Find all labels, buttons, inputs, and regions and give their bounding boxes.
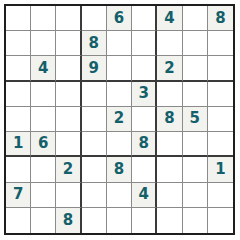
cell-r1c2[interactable]: [31, 6, 56, 31]
cell-r5c7[interactable]: 8: [157, 107, 182, 132]
cell-r4c6[interactable]: 3: [132, 82, 157, 107]
cell-r1c7[interactable]: 4: [157, 6, 182, 31]
cell-r3c8[interactable]: [183, 56, 208, 81]
cell-r2c5[interactable]: [107, 31, 132, 56]
cell-r9c7[interactable]: [157, 208, 182, 233]
cell-r9c4[interactable]: [82, 208, 107, 233]
cell-r1c6[interactable]: [132, 6, 157, 31]
cell-r9c5[interactable]: [107, 208, 132, 233]
cell-r9c9[interactable]: [208, 208, 233, 233]
cell-r8c9[interactable]: [208, 183, 233, 208]
cell-r7c9[interactable]: 1: [208, 157, 233, 182]
cell-r4c1[interactable]: [6, 82, 31, 107]
cell-r2c2[interactable]: [31, 31, 56, 56]
cell-r9c6[interactable]: [132, 208, 157, 233]
cell-r9c8[interactable]: [183, 208, 208, 233]
cell-r6c3[interactable]: [56, 132, 81, 157]
cell-r5c3[interactable]: [56, 107, 81, 132]
cell-r8c1[interactable]: 7: [6, 183, 31, 208]
cell-r7c6[interactable]: [132, 157, 157, 182]
cell-r3c6[interactable]: [132, 56, 157, 81]
cell-r8c8[interactable]: [183, 183, 208, 208]
cell-r7c1[interactable]: [6, 157, 31, 182]
cell-r3c3[interactable]: [56, 56, 81, 81]
cell-r8c2[interactable]: [31, 183, 56, 208]
cell-r3c7[interactable]: 2: [157, 56, 182, 81]
cell-r5c4[interactable]: [82, 107, 107, 132]
cell-r8c5[interactable]: [107, 183, 132, 208]
cell-r3c9[interactable]: [208, 56, 233, 81]
cell-r1c1[interactable]: [6, 6, 31, 31]
cell-r7c8[interactable]: [183, 157, 208, 182]
cell-r4c8[interactable]: [183, 82, 208, 107]
cell-r5c6[interactable]: [132, 107, 157, 132]
cell-r4c4[interactable]: [82, 82, 107, 107]
cell-r5c5[interactable]: 2: [107, 107, 132, 132]
cell-r4c2[interactable]: [31, 82, 56, 107]
cell-r1c4[interactable]: [82, 6, 107, 31]
cell-r1c9[interactable]: 8: [208, 6, 233, 31]
cell-r1c5[interactable]: 6: [107, 6, 132, 31]
cell-r2c9[interactable]: [208, 31, 233, 56]
cell-r5c8[interactable]: 5: [183, 107, 208, 132]
cell-r6c5[interactable]: [107, 132, 132, 157]
cell-r3c1[interactable]: [6, 56, 31, 81]
cell-r2c4[interactable]: 8: [82, 31, 107, 56]
cell-r1c3[interactable]: [56, 6, 81, 31]
cell-r8c4[interactable]: [82, 183, 107, 208]
cell-r4c5[interactable]: [107, 82, 132, 107]
cell-r6c1[interactable]: 1: [6, 132, 31, 157]
cell-r2c6[interactable]: [132, 31, 157, 56]
cell-r9c1[interactable]: [6, 208, 31, 233]
cell-r5c2[interactable]: [31, 107, 56, 132]
cell-r3c4[interactable]: 9: [82, 56, 107, 81]
cell-r6c6[interactable]: 8: [132, 132, 157, 157]
cell-r7c3[interactable]: 2: [56, 157, 81, 182]
cell-r4c7[interactable]: [157, 82, 182, 107]
cell-r2c7[interactable]: [157, 31, 182, 56]
cell-r8c7[interactable]: [157, 183, 182, 208]
cell-r6c7[interactable]: [157, 132, 182, 157]
cell-r2c3[interactable]: [56, 31, 81, 56]
cell-r5c1[interactable]: [6, 107, 31, 132]
cell-r9c2[interactable]: [31, 208, 56, 233]
cell-r4c9[interactable]: [208, 82, 233, 107]
cell-r6c8[interactable]: [183, 132, 208, 157]
cell-r2c1[interactable]: [6, 31, 31, 56]
cell-r4c3[interactable]: [56, 82, 81, 107]
cell-r6c4[interactable]: [82, 132, 107, 157]
cell-r5c9[interactable]: [208, 107, 233, 132]
cell-r7c7[interactable]: [157, 157, 182, 182]
cell-r3c5[interactable]: [107, 56, 132, 81]
cell-r9c3[interactable]: 8: [56, 208, 81, 233]
cell-r8c3[interactable]: [56, 183, 81, 208]
cell-r1c8[interactable]: [183, 6, 208, 31]
cell-r6c9[interactable]: [208, 132, 233, 157]
cell-r3c2[interactable]: 4: [31, 56, 56, 81]
cell-r7c4[interactable]: [82, 157, 107, 182]
sudoku-board: 64884923285168281748: [4, 4, 235, 235]
cell-r2c8[interactable]: [183, 31, 208, 56]
cell-r7c5[interactable]: 8: [107, 157, 132, 182]
cell-r8c6[interactable]: 4: [132, 183, 157, 208]
cell-r6c2[interactable]: 6: [31, 132, 56, 157]
cell-r7c2[interactable]: [31, 157, 56, 182]
